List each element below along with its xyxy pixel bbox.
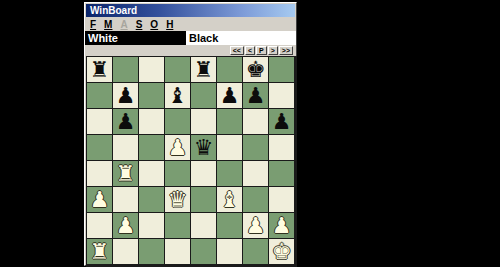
white-player-label: White bbox=[85, 31, 186, 45]
rewind-to-start-button[interactable]: << bbox=[230, 46, 244, 55]
square-h2[interactable]: ♟ bbox=[269, 213, 294, 238]
square-a7[interactable] bbox=[87, 83, 112, 108]
menu-help[interactable]: H bbox=[166, 19, 173, 30]
square-e5[interactable]: ♛ bbox=[191, 135, 216, 160]
black-pawn[interactable]: ♟ bbox=[217, 83, 242, 108]
square-b5[interactable] bbox=[113, 135, 138, 160]
menu-step[interactable]: S bbox=[136, 19, 143, 30]
square-e3[interactable] bbox=[191, 187, 216, 212]
square-a4[interactable] bbox=[87, 161, 112, 186]
menu-bar: FMASOH bbox=[85, 17, 296, 31]
square-c5[interactable] bbox=[139, 135, 164, 160]
square-g7[interactable]: ♟ bbox=[243, 83, 268, 108]
white-queen[interactable]: ♛ bbox=[165, 187, 190, 212]
square-f6[interactable] bbox=[217, 109, 242, 134]
square-h5[interactable] bbox=[269, 135, 294, 160]
square-e1[interactable] bbox=[191, 239, 216, 264]
menu-options[interactable]: O bbox=[150, 19, 158, 30]
square-c6[interactable] bbox=[139, 109, 164, 134]
black-king[interactable]: ♚ bbox=[243, 57, 268, 82]
square-c3[interactable] bbox=[139, 187, 164, 212]
black-player-label: Black bbox=[186, 31, 296, 45]
title-bar[interactable]: WinBoard bbox=[86, 4, 295, 17]
square-e2[interactable] bbox=[191, 213, 216, 238]
square-b4[interactable]: ♜ bbox=[113, 161, 138, 186]
square-h1[interactable]: ♚ bbox=[269, 239, 294, 264]
white-rook[interactable]: ♜ bbox=[113, 161, 138, 186]
square-g3[interactable] bbox=[243, 187, 268, 212]
square-c7[interactable] bbox=[139, 83, 164, 108]
square-e4[interactable] bbox=[191, 161, 216, 186]
square-c8[interactable] bbox=[139, 57, 164, 82]
black-bishop[interactable]: ♝ bbox=[165, 83, 190, 108]
black-pawn[interactable]: ♟ bbox=[113, 83, 138, 108]
square-f4[interactable] bbox=[217, 161, 242, 186]
menu-action: A bbox=[120, 19, 127, 30]
square-g4[interactable] bbox=[243, 161, 268, 186]
square-b6[interactable]: ♟ bbox=[113, 109, 138, 134]
black-rook[interactable]: ♜ bbox=[87, 57, 112, 82]
square-d8[interactable] bbox=[165, 57, 190, 82]
window-title: WinBoard bbox=[90, 5, 137, 16]
fast-forward-to-end-button[interactable]: >> bbox=[279, 46, 293, 55]
square-h4[interactable] bbox=[269, 161, 294, 186]
white-pawn[interactable]: ♟ bbox=[269, 213, 294, 238]
step-back-button[interactable]: < bbox=[245, 46, 255, 55]
square-g1[interactable] bbox=[243, 239, 268, 264]
square-a3[interactable]: ♟ bbox=[87, 187, 112, 212]
square-b1[interactable] bbox=[113, 239, 138, 264]
pause-button[interactable]: P bbox=[256, 46, 267, 55]
square-f8[interactable] bbox=[217, 57, 242, 82]
white-pawn[interactable]: ♟ bbox=[87, 187, 112, 212]
square-b8[interactable] bbox=[113, 57, 138, 82]
square-h8[interactable] bbox=[269, 57, 294, 82]
white-king[interactable]: ♚ bbox=[269, 239, 294, 264]
square-b2[interactable]: ♟ bbox=[113, 213, 138, 238]
winboard-window: WinBoard FMASOH White Black <<<P>>> ♜♜♚♟… bbox=[84, 2, 297, 266]
white-pawn[interactable]: ♟ bbox=[165, 135, 190, 160]
square-e6[interactable] bbox=[191, 109, 216, 134]
square-g6[interactable] bbox=[243, 109, 268, 134]
black-pawn[interactable]: ♟ bbox=[113, 109, 138, 134]
player-name-bar: White Black bbox=[85, 31, 296, 45]
black-pawn[interactable]: ♟ bbox=[243, 83, 268, 108]
square-h7[interactable] bbox=[269, 83, 294, 108]
square-c2[interactable] bbox=[139, 213, 164, 238]
chess-board: ♜♜♚♟♝♟♟♟♟♟♛♜♟♛♝♟♟♟♜♚ bbox=[86, 56, 297, 267]
square-c1[interactable] bbox=[139, 239, 164, 264]
black-queen[interactable]: ♛ bbox=[191, 135, 216, 160]
white-pawn[interactable]: ♟ bbox=[243, 213, 268, 238]
square-a5[interactable] bbox=[87, 135, 112, 160]
square-f2[interactable] bbox=[217, 213, 242, 238]
square-b7[interactable]: ♟ bbox=[113, 83, 138, 108]
square-e8[interactable]: ♜ bbox=[191, 57, 216, 82]
square-a8[interactable]: ♜ bbox=[87, 57, 112, 82]
square-d6[interactable] bbox=[165, 109, 190, 134]
square-f7[interactable]: ♟ bbox=[217, 83, 242, 108]
white-bishop[interactable]: ♝ bbox=[217, 187, 242, 212]
square-h6[interactable]: ♟ bbox=[269, 109, 294, 134]
white-rook[interactable]: ♜ bbox=[87, 239, 112, 264]
square-d3[interactable]: ♛ bbox=[165, 187, 190, 212]
black-rook[interactable]: ♜ bbox=[191, 57, 216, 82]
square-g8[interactable]: ♚ bbox=[243, 57, 268, 82]
square-f3[interactable]: ♝ bbox=[217, 187, 242, 212]
square-f1[interactable] bbox=[217, 239, 242, 264]
square-d1[interactable] bbox=[165, 239, 190, 264]
square-a6[interactable] bbox=[87, 109, 112, 134]
square-d7[interactable]: ♝ bbox=[165, 83, 190, 108]
menu-file[interactable]: F bbox=[90, 19, 96, 30]
white-pawn[interactable]: ♟ bbox=[113, 213, 138, 238]
square-g5[interactable] bbox=[243, 135, 268, 160]
square-a1[interactable]: ♜ bbox=[87, 239, 112, 264]
black-pawn[interactable]: ♟ bbox=[269, 109, 294, 134]
square-h3[interactable] bbox=[269, 187, 294, 212]
menu-mode[interactable]: M bbox=[104, 19, 112, 30]
step-forward-button[interactable]: > bbox=[268, 46, 278, 55]
square-d2[interactable] bbox=[165, 213, 190, 238]
square-f5[interactable] bbox=[217, 135, 242, 160]
square-a2[interactable] bbox=[87, 213, 112, 238]
square-d4[interactable] bbox=[165, 161, 190, 186]
square-b3[interactable] bbox=[113, 187, 138, 212]
square-g2[interactable]: ♟ bbox=[243, 213, 268, 238]
square-e7[interactable] bbox=[191, 83, 216, 108]
square-c4[interactable] bbox=[139, 161, 164, 186]
desktop-background: { "game": "chess", "position": "r3r1k1/1… bbox=[0, 0, 500, 267]
game-navigation-toolbar: <<<P>>> bbox=[85, 45, 296, 56]
square-d5[interactable]: ♟ bbox=[165, 135, 190, 160]
